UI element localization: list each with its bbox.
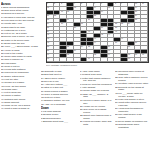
cell-number: 13 xyxy=(74,7,76,9)
cell-number: 68 xyxy=(47,58,49,60)
cell-number: 64 xyxy=(108,54,110,56)
cell-number: 55 xyxy=(88,46,90,48)
grid-caption: Free printable crossword puzzle xyxy=(46,64,146,69)
down-clue-list-1: 1Far from shallow2Senses of self3Behind … xyxy=(41,110,78,123)
cell-number: 58 xyxy=(47,50,49,52)
grid-cell[interactable] xyxy=(54,58,61,62)
clue-number: 4 xyxy=(41,119,42,122)
across-clue-list-1: 1Shop selling sandwiches12Solo sung at t… xyxy=(1,6,41,110)
cell-number: 23 xyxy=(94,15,96,17)
cell-number: 70 xyxy=(128,58,130,60)
cell-number: 28 xyxy=(135,19,137,21)
crossword-page: Across 1Shop selling sandwiches12Solo su… xyxy=(0,0,150,150)
cell-number: 35 xyxy=(47,27,49,29)
down-clues-column-3: 5Away from home6Product from bees7Letter… xyxy=(80,70,113,149)
cell-number: 18 xyxy=(67,11,69,13)
cell-number: 60 xyxy=(108,50,110,52)
cell-number: 69 xyxy=(88,58,90,60)
grid-cell[interactable] xyxy=(94,58,101,62)
clue-number: 17 xyxy=(80,98,83,101)
grid-cell[interactable]: 69 xyxy=(87,58,94,62)
grid-cell[interactable] xyxy=(135,58,142,62)
cell-number: 36 xyxy=(74,27,76,29)
grid-cell[interactable] xyxy=(141,58,148,62)
clue-item: 43Pie ___ mode (with ice cream), 2 wds. xyxy=(115,92,149,98)
crossword-grid[interactable]: 1234567891011121314151617181920212223242… xyxy=(46,2,149,63)
grid-cell[interactable]: 70 xyxy=(128,58,135,62)
clue-item: 62Sounds made while hesitating xyxy=(115,123,149,129)
grid-cell[interactable] xyxy=(114,58,121,62)
clue-number: 49 xyxy=(1,107,4,110)
cell-number: 7 xyxy=(101,3,102,5)
cell-number: 21 xyxy=(47,15,49,17)
cell-number: 5 xyxy=(81,3,82,5)
cell-number: 66 xyxy=(135,54,137,56)
cell-number: 49 xyxy=(94,42,96,44)
cell-number: 44 xyxy=(108,34,110,36)
clue-number: 35 xyxy=(115,85,118,88)
cell-number: 8 xyxy=(115,3,116,5)
clue-number: 11 xyxy=(80,92,82,95)
cell-number: 63 xyxy=(94,54,96,56)
clue-number: 7 xyxy=(80,76,81,79)
cell-number: 38 xyxy=(115,27,117,29)
cell-number: 2 xyxy=(54,3,55,5)
cell-number: 43 xyxy=(101,34,103,36)
cell-number: 16 xyxy=(135,7,137,9)
cell-number: 42 xyxy=(47,34,49,36)
cell-number: 14 xyxy=(94,7,96,9)
cell-number: 27 xyxy=(88,19,90,21)
cell-number: 57 xyxy=(128,46,130,48)
cell-number: 62 xyxy=(67,54,69,56)
cell-number: 29 xyxy=(47,23,49,25)
clue-number: 43 xyxy=(115,91,118,94)
cell-number: 25 xyxy=(47,19,49,21)
grid-cell[interactable]: 68 xyxy=(47,58,54,62)
clues-column-2: 52Opposite of odd53Bird that can't fly54… xyxy=(41,70,78,149)
grid-cell[interactable] xyxy=(108,58,115,62)
clue-number: 57 xyxy=(115,107,118,110)
cell-number: 31 xyxy=(81,23,83,25)
clue-number: 32 xyxy=(115,76,118,79)
cell-number: 67 xyxy=(142,54,144,56)
grid-cell-black xyxy=(81,58,88,62)
cell-number: 59 xyxy=(74,50,76,52)
clue-number: 62 xyxy=(115,123,118,126)
clue-number: 58 xyxy=(115,113,118,116)
clue-item: 49What a lawn is made of xyxy=(1,107,41,110)
down-clues-column-4: 31Rhyming cheer heard at stadiums32Gray … xyxy=(115,70,149,149)
cell-number: 56 xyxy=(108,46,110,48)
cell-number: 51 xyxy=(135,42,137,44)
across-clue-list-2: 52Opposite of odd53Bird that can't fly54… xyxy=(41,70,78,106)
cell-number: 12 xyxy=(47,7,49,9)
cell-number: 4 xyxy=(74,3,75,5)
grid-cell[interactable] xyxy=(101,58,108,62)
grid-cell-black xyxy=(121,58,128,62)
cell-number: 11 xyxy=(142,3,144,5)
clue-item: 26Paced nervously back and forth xyxy=(80,120,113,126)
cell-number: 20 xyxy=(135,11,137,13)
cell-number: 30 xyxy=(61,23,63,25)
cell-number: 22 xyxy=(54,15,56,17)
down-clue-list-2: 5Away from home6Product from bees7Letter… xyxy=(80,70,113,126)
down-clue-list-3: 31Rhyming cheer heard at stadiums32Gray … xyxy=(115,70,149,129)
clue-number: 65 xyxy=(41,102,44,105)
cell-number: 26 xyxy=(67,19,69,21)
cell-number: 9 xyxy=(121,3,122,5)
clue-number: 51 xyxy=(115,101,118,104)
cell-number: 24 xyxy=(135,15,137,17)
cell-number: 10 xyxy=(135,3,137,5)
cell-number: 19 xyxy=(101,11,103,13)
cell-number: 46 xyxy=(94,38,96,40)
grid-cell[interactable] xyxy=(67,58,74,62)
clue-item: 4Baseball great Rod ___ xyxy=(41,120,78,123)
cell-number: 52 xyxy=(47,46,49,48)
clue-number: 21 xyxy=(80,108,83,111)
cell-number: 37 xyxy=(101,27,103,29)
cell-number: 15 xyxy=(108,7,110,9)
cell-number: 41 xyxy=(115,31,117,33)
clue-number: 26 xyxy=(80,120,83,123)
clue-number: 31 xyxy=(115,70,118,73)
cell-number: 6 xyxy=(94,3,95,5)
cell-number: 53 xyxy=(67,46,69,48)
cell-number: 33 xyxy=(121,23,123,25)
across-clues-column-1: Across 1Shop selling sandwiches12Solo su… xyxy=(1,1,41,149)
cell-number: 34 xyxy=(128,23,130,25)
cell-number: 32 xyxy=(115,23,117,25)
clue-item: 17Moved a canoe along, in a way xyxy=(80,99,113,105)
clue-number: 22 xyxy=(80,114,83,117)
cell-number: 17 xyxy=(61,11,63,13)
cell-number: 1 xyxy=(47,3,48,5)
cell-number: 54 xyxy=(81,46,83,48)
cell-number: 61 xyxy=(47,54,49,56)
cell-number: 65 xyxy=(128,54,130,56)
cell-number: 48 xyxy=(47,42,49,44)
cell-number: 47 xyxy=(121,38,123,40)
cell-number: 39 xyxy=(47,31,49,33)
cell-number: 45 xyxy=(47,38,49,40)
cell-number: 50 xyxy=(115,42,117,44)
grid-cell[interactable] xyxy=(74,58,81,62)
cell-number: 3 xyxy=(61,3,62,5)
cell-number: 40 xyxy=(88,31,90,33)
grid-cell[interactable] xyxy=(60,58,67,62)
